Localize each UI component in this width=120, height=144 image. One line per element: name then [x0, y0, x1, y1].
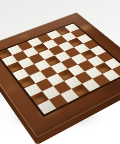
photo-backdrop: [0, 0, 120, 144]
playing-field: [0, 22, 120, 117]
square-g1[interactable]: [102, 69, 120, 81]
square-a1[interactable]: [37, 100, 56, 115]
square-b5[interactable]: [23, 64, 40, 76]
square-a2[interactable]: [31, 91, 49, 105]
square-b1[interactable]: [49, 94, 68, 108]
square-a5[interactable]: [12, 69, 29, 81]
square-e1[interactable]: [82, 79, 100, 92]
square-c1[interactable]: [60, 89, 79, 103]
square-c4[interactable]: [40, 66, 57, 78]
square-d4[interactable]: [51, 62, 68, 74]
square-e3[interactable]: [68, 64, 85, 76]
square-e2[interactable]: [75, 71, 93, 83]
square-c2[interactable]: [53, 81, 71, 94]
square-b2[interactable]: [42, 86, 60, 100]
square-c3[interactable]: [47, 74, 65, 87]
square-b4[interactable]: [29, 71, 46, 83]
square-a4[interactable]: [18, 76, 35, 89]
square-d1[interactable]: [71, 84, 89, 97]
square-b3[interactable]: [36, 78, 54, 91]
square-g2[interactable]: [95, 62, 112, 74]
square-a3[interactable]: [24, 83, 42, 96]
square-f1[interactable]: [92, 74, 110, 87]
square-f2[interactable]: [85, 67, 102, 79]
square-a6[interactable]: [7, 62, 24, 74]
square-d3[interactable]: [57, 69, 74, 81]
square-h1[interactable]: [112, 65, 120, 77]
square-d2[interactable]: [64, 76, 82, 89]
